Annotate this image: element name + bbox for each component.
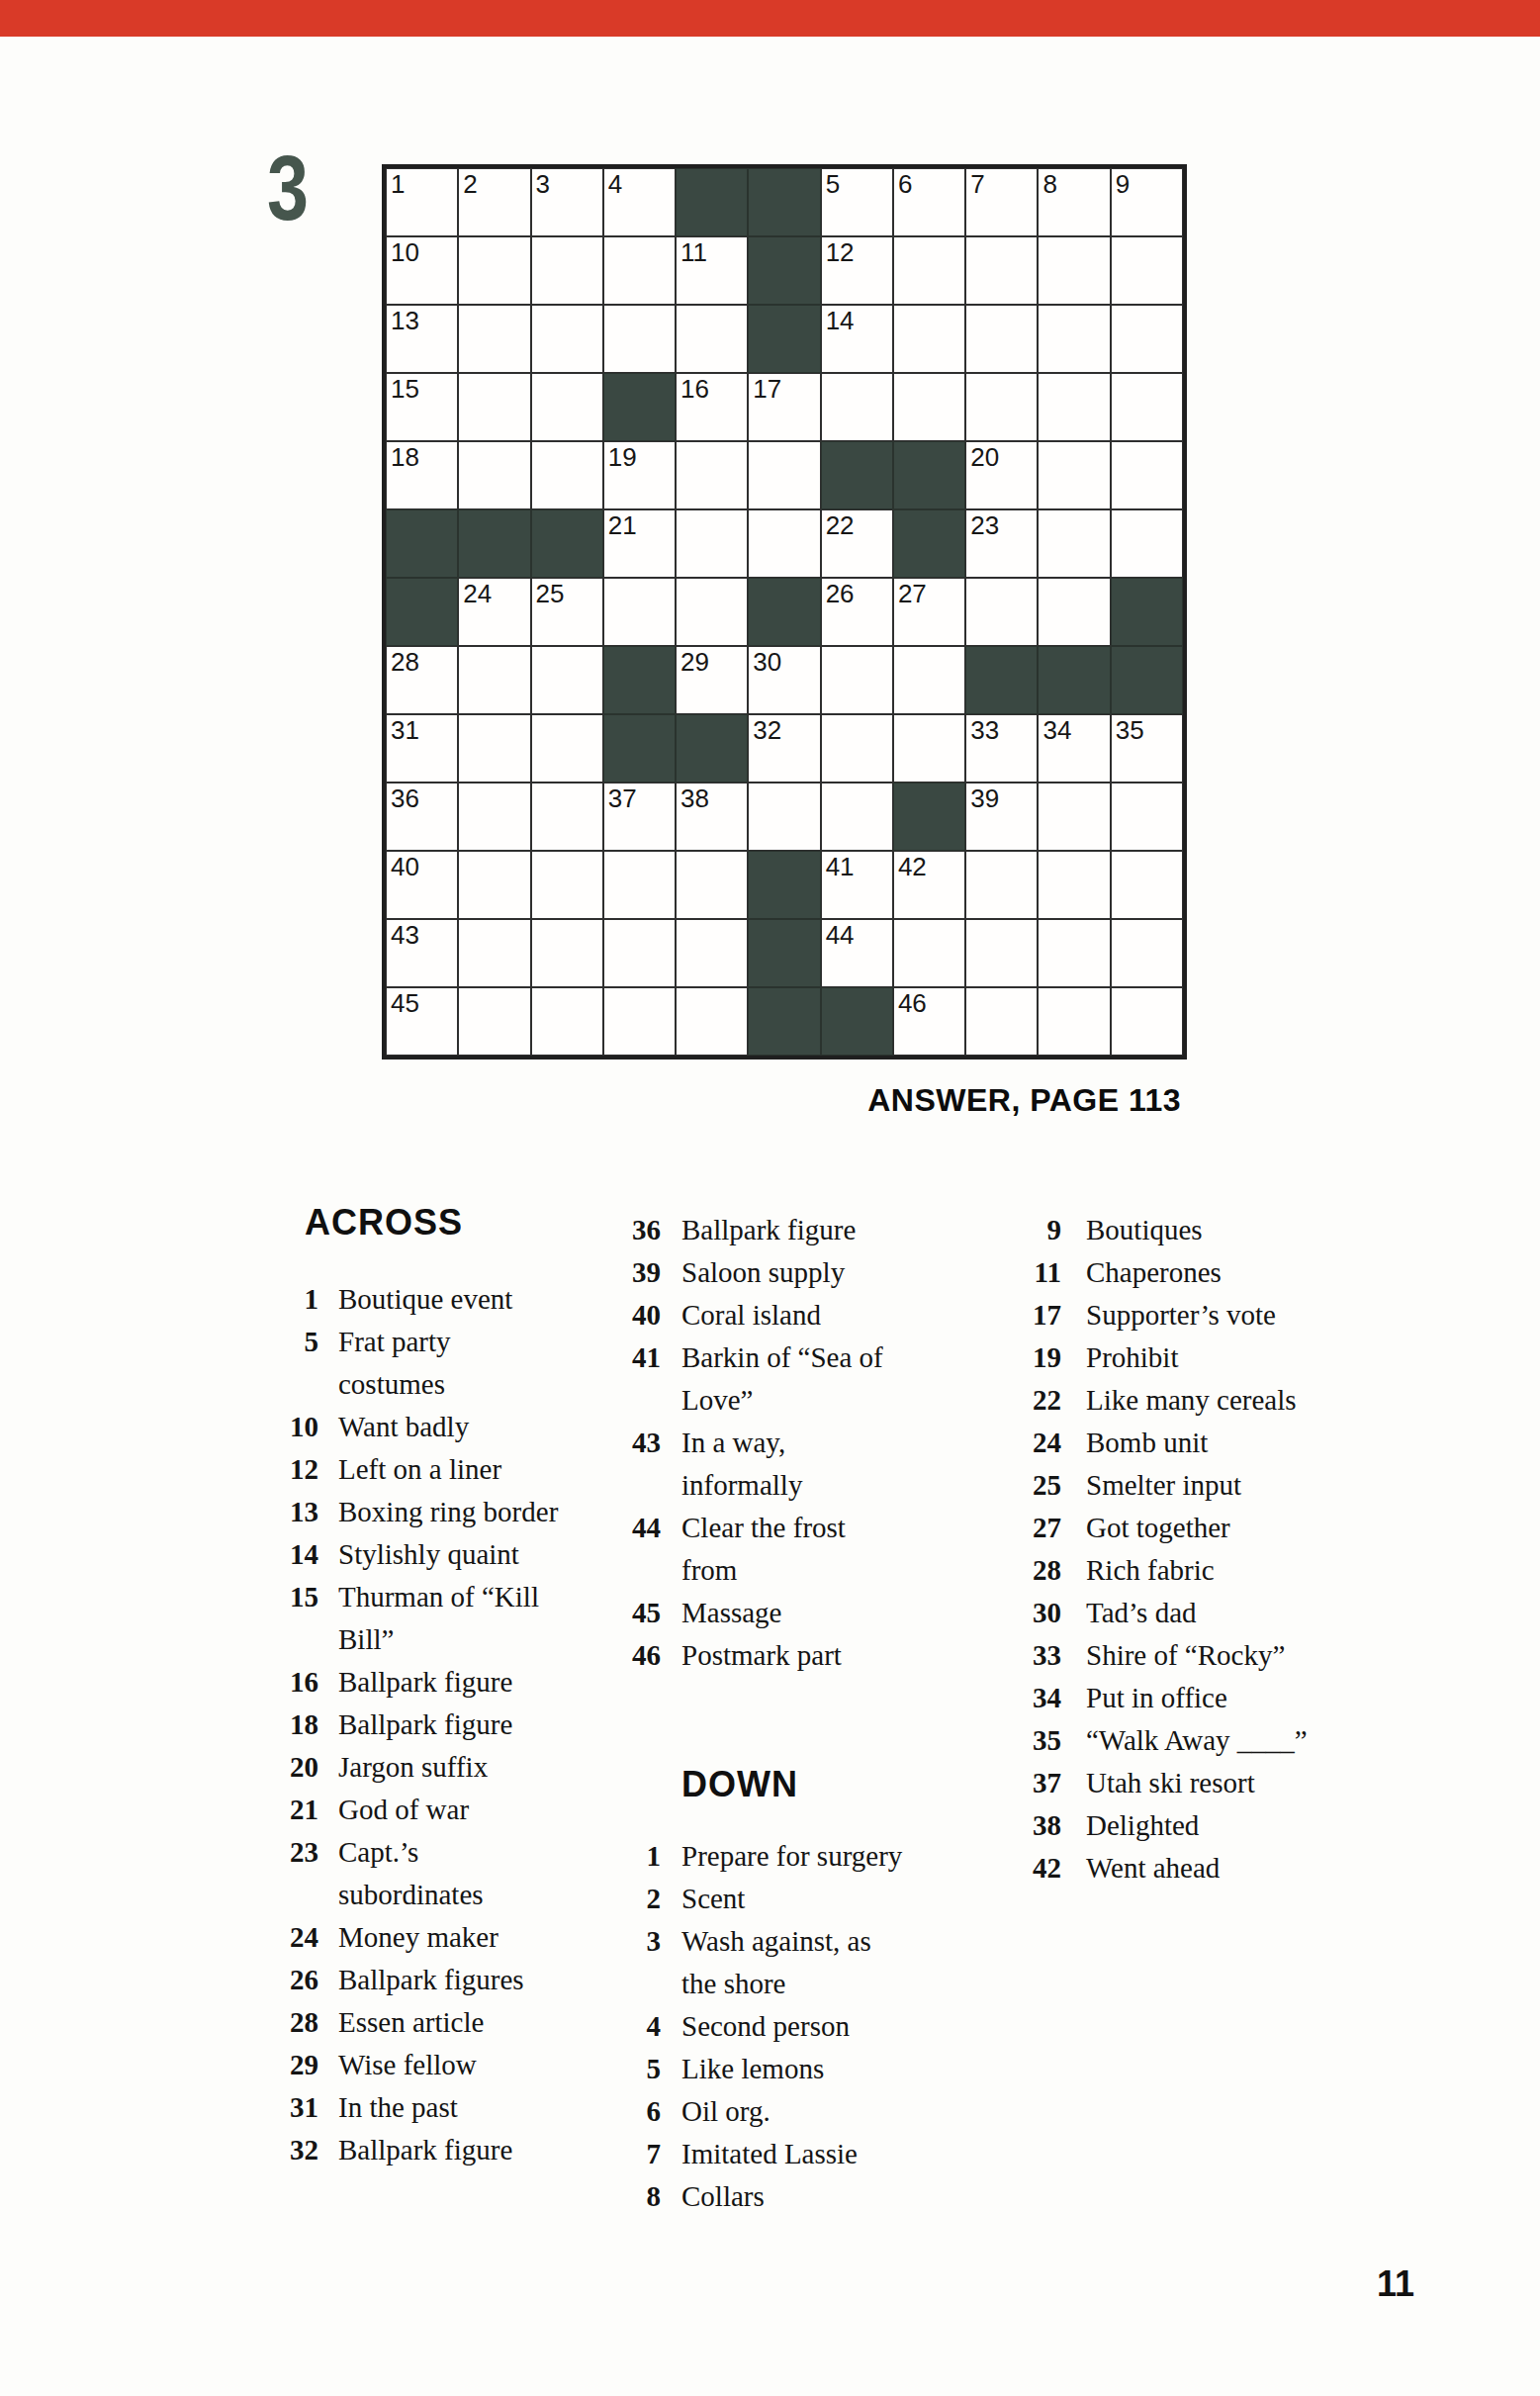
clue-item: 18Ballpark figure <box>227 1704 623 1746</box>
cell-number: 26 <box>826 581 855 606</box>
cell-number: 25 <box>536 581 565 606</box>
clue-number: 37 <box>989 1762 1061 1804</box>
grid-cell-black <box>748 987 820 1056</box>
clue-item: 34Put in office <box>989 1677 1444 1719</box>
clue-item: 36Ballpark figure <box>593 1209 999 1251</box>
clue-item: 5Frat partycostumes <box>227 1321 623 1406</box>
clue-text: Left on a liner <box>318 1448 501 1491</box>
cell-number: 35 <box>1116 717 1144 743</box>
clue-number: 35 <box>989 1719 1061 1762</box>
grid-cell-black <box>748 168 820 236</box>
cell-number: 11 <box>680 239 707 265</box>
grid-cell[interactable] <box>603 305 676 373</box>
clue-number: 5 <box>593 2048 661 2090</box>
clue-text: Shire of “Rocky” <box>1061 1634 1285 1677</box>
clue-item: 29Wise fellow <box>227 2044 623 2086</box>
clue-number: 38 <box>989 1804 1061 1847</box>
cell-number: 40 <box>391 854 419 879</box>
grid-cell[interactable] <box>458 851 530 919</box>
grid-cell[interactable] <box>676 441 748 509</box>
cell-number: 34 <box>1042 717 1071 743</box>
grid-cell[interactable] <box>1111 851 1183 919</box>
clue-number: 8 <box>593 2175 661 2218</box>
grid-cell[interactable]: 7 <box>965 168 1038 236</box>
clue-item: 28Essen article <box>227 2001 623 2044</box>
cell-number: 42 <box>898 854 927 879</box>
grid-cell[interactable] <box>1111 373 1183 441</box>
grid-cell-black <box>748 919 820 987</box>
grid-cell[interactable]: 24 <box>458 578 530 646</box>
grid-cell[interactable]: 9 <box>1111 168 1183 236</box>
clue-column-across: ACROSS 1Boutique event5Frat partycostume… <box>227 1201 623 2171</box>
grid-cell[interactable] <box>1038 305 1110 373</box>
grid-cell[interactable]: 37 <box>603 783 676 851</box>
clue-number: 28 <box>989 1549 1061 1592</box>
clue-number: 32 <box>227 2129 318 2171</box>
grid-cell[interactable]: 13 <box>386 305 458 373</box>
clue-text: Boxing ring border <box>318 1491 558 1533</box>
grid-cell[interactable]: 17 <box>748 373 820 441</box>
grid-cell[interactable] <box>821 714 893 783</box>
grid-cell[interactable]: 2 <box>458 168 530 236</box>
clue-item: 24Money maker <box>227 1916 623 1959</box>
cell-number: 28 <box>391 649 419 675</box>
grid-cell-black <box>748 305 820 373</box>
clue-item: 19Prohibit <box>989 1336 1444 1379</box>
cell-number: 22 <box>826 512 855 538</box>
down-clue-list-continued: 9Boutiques11Chaperones17Supporter’s vote… <box>989 1209 1444 1889</box>
clue-text: Prohibit <box>1061 1336 1178 1379</box>
grid-cell[interactable]: 11 <box>676 236 748 305</box>
grid-cell[interactable]: 5 <box>821 168 893 236</box>
clue-item: 3Wash against, asthe shore <box>593 1920 999 2005</box>
clue-number: 46 <box>593 1634 661 1677</box>
grid-cell[interactable] <box>893 373 965 441</box>
clue-number: 33 <box>989 1634 1061 1677</box>
grid-cell[interactable]: 20 <box>965 441 1038 509</box>
grid-cell[interactable] <box>893 919 965 987</box>
clue-text: Jargon suffix <box>318 1746 488 1789</box>
grid-cell[interactable] <box>603 578 676 646</box>
grid-cell-black <box>748 851 820 919</box>
cell-number: 5 <box>826 171 840 197</box>
clue-item: 6Oil org. <box>593 2090 999 2133</box>
grid-cell[interactable] <box>965 919 1038 987</box>
grid-cell[interactable] <box>748 783 820 851</box>
clue-number: 4 <box>593 2005 661 2048</box>
grid-cell[interactable] <box>821 783 893 851</box>
clue-item: 1Prepare for surgery <box>593 1835 999 1878</box>
grid-cell[interactable]: 46 <box>893 987 965 1056</box>
cell-number: 23 <box>970 512 999 538</box>
clue-text: Like many cereals <box>1061 1379 1297 1422</box>
cell-number: 45 <box>391 990 419 1016</box>
clue-number: 25 <box>989 1464 1061 1507</box>
clue-item: 26Ballpark figures <box>227 1959 623 2001</box>
clue-text: Massage <box>661 1592 781 1634</box>
grid-cell-black <box>386 578 458 646</box>
grid-cell[interactable]: 28 <box>386 646 458 714</box>
clue-text: In the past <box>318 2086 458 2129</box>
grid-cell-black <box>603 714 676 783</box>
clue-number: 10 <box>227 1406 318 1448</box>
clue-item: 32Ballpark figure <box>227 2129 623 2171</box>
grid-cell[interactable] <box>603 987 676 1056</box>
grid-cell[interactable]: 32 <box>748 714 820 783</box>
grid-cell[interactable] <box>676 987 748 1056</box>
grid-cell[interactable]: 35 <box>1111 714 1183 783</box>
clue-text: Went ahead <box>1061 1847 1220 1889</box>
grid-cell[interactable] <box>1111 441 1183 509</box>
clue-number: 28 <box>227 2001 318 2044</box>
grid-cell[interactable] <box>965 987 1038 1056</box>
cell-number: 6 <box>898 171 912 197</box>
grid-cell[interactable] <box>531 714 603 783</box>
cell-number: 15 <box>391 376 419 402</box>
grid-cell[interactable] <box>531 646 603 714</box>
grid-cell[interactable] <box>965 373 1038 441</box>
clue-text: Second person <box>661 2005 850 2048</box>
grid-cell[interactable] <box>458 305 530 373</box>
grid-cell[interactable]: 4 <box>603 168 676 236</box>
cell-number: 13 <box>391 308 419 333</box>
grid-cell[interactable]: 31 <box>386 714 458 783</box>
grid-cell[interactable] <box>1111 783 1183 851</box>
clue-text: Boutique event <box>318 1278 512 1321</box>
grid-cell[interactable] <box>821 646 893 714</box>
down-header: DOWN <box>681 1763 999 1805</box>
grid-cell[interactable] <box>531 783 603 851</box>
grid-cell[interactable]: 19 <box>603 441 676 509</box>
cell-number: 44 <box>826 922 855 948</box>
clue-text: Wash against, asthe shore <box>661 1920 871 2005</box>
grid-cell[interactable]: 25 <box>531 578 603 646</box>
answer-note: ANSWER, PAGE 113 <box>692 1082 1181 1119</box>
grid-cell[interactable] <box>965 851 1038 919</box>
clue-column-down: 9Boutiques11Chaperones17Supporter’s vote… <box>989 1209 1444 1889</box>
grid-cell[interactable] <box>458 987 530 1056</box>
clue-number: 24 <box>227 1916 318 1959</box>
grid-cell[interactable]: 21 <box>603 509 676 578</box>
cell-number: 31 <box>391 717 419 743</box>
clue-number: 15 <box>227 1576 318 1661</box>
grid-cell[interactable] <box>893 646 965 714</box>
grid-cell[interactable] <box>676 919 748 987</box>
grid-cell[interactable]: 30 <box>748 646 820 714</box>
clue-item: 20Jargon suffix <box>227 1746 623 1789</box>
grid-cell[interactable]: 3 <box>531 168 603 236</box>
clue-number: 34 <box>989 1677 1061 1719</box>
puzzle-number: 3 <box>267 142 309 233</box>
cell-number: 30 <box>753 649 781 675</box>
grid-cell[interactable]: 36 <box>386 783 458 851</box>
grid-cell[interactable]: 6 <box>893 168 965 236</box>
grid-cell[interactable]: 15 <box>386 373 458 441</box>
cell-number: 41 <box>826 854 855 879</box>
clue-column-middle: 36Ballpark figure39Saloon supply40Coral … <box>593 1209 999 2218</box>
grid-cell[interactable] <box>676 509 748 578</box>
clue-text: “Walk Away ____” <box>1061 1719 1308 1762</box>
clue-item: 46Postmark part <box>593 1634 999 1677</box>
cell-number: 14 <box>826 308 855 333</box>
grid-cell[interactable] <box>748 509 820 578</box>
grid-cell[interactable] <box>1038 919 1110 987</box>
clue-item: 14Stylishly quaint <box>227 1533 623 1576</box>
grid-cell-black <box>893 783 965 851</box>
cell-number: 38 <box>680 785 709 811</box>
grid-cell[interactable] <box>893 714 965 783</box>
clue-number: 23 <box>227 1831 318 1916</box>
grid-cell[interactable] <box>1038 236 1110 305</box>
grid-cell[interactable] <box>1111 236 1183 305</box>
clue-text: Prepare for surgery <box>661 1835 902 1878</box>
clue-text: Saloon supply <box>661 1251 845 1294</box>
grid-cell[interactable]: 43 <box>386 919 458 987</box>
clue-item: 5Like lemons <box>593 2048 999 2090</box>
clue-number: 3 <box>593 1920 661 2005</box>
clue-number: 40 <box>593 1294 661 1336</box>
grid-cell[interactable]: 26 <box>821 578 893 646</box>
grid-cell[interactable]: 45 <box>386 987 458 1056</box>
grid-cell[interactable] <box>1111 987 1183 1056</box>
grid-cell[interactable] <box>458 373 530 441</box>
grid-cell[interactable]: 22 <box>821 509 893 578</box>
clue-text: Ballpark figures <box>318 1959 524 2001</box>
clue-item: 7Imitated Lassie <box>593 2133 999 2175</box>
grid-cell[interactable]: 29 <box>676 646 748 714</box>
cell-number: 3 <box>536 171 550 197</box>
cell-number: 27 <box>898 581 927 606</box>
grid-cell-black <box>821 987 893 1056</box>
clue-number: 18 <box>227 1704 318 1746</box>
clue-number: 16 <box>227 1661 318 1704</box>
clue-item: 17Supporter’s vote <box>989 1294 1444 1336</box>
clue-text: In a way,informally <box>661 1422 802 1507</box>
grid-cell[interactable]: 40 <box>386 851 458 919</box>
grid-cell[interactable] <box>458 714 530 783</box>
grid-cell[interactable] <box>458 646 530 714</box>
clue-text: Utah ski resort <box>1061 1762 1255 1804</box>
grid-cell[interactable]: 34 <box>1038 714 1110 783</box>
clue-item: 15Thurman of “KillBill” <box>227 1576 623 1661</box>
clue-item: 4Second person <box>593 2005 999 2048</box>
grid-cell[interactable] <box>1038 441 1110 509</box>
grid-cell[interactable] <box>531 987 603 1056</box>
grid-cell[interactable] <box>676 851 748 919</box>
clue-item: 44Clear the frostfrom <box>593 1507 999 1592</box>
grid-cell[interactable] <box>458 919 530 987</box>
cell-number: 19 <box>608 444 637 470</box>
cell-number: 24 <box>463 581 492 606</box>
clue-text: Delighted <box>1061 1804 1199 1847</box>
grid-cell[interactable] <box>531 441 603 509</box>
grid-cell[interactable]: 8 <box>1038 168 1110 236</box>
cell-number: 2 <box>463 171 477 197</box>
grid-cell[interactable] <box>603 851 676 919</box>
clue-item: 22Like many cereals <box>989 1379 1444 1422</box>
grid-cell[interactable]: 38 <box>676 783 748 851</box>
grid-cell[interactable] <box>1038 783 1110 851</box>
clue-text: Oil org. <box>661 2090 770 2133</box>
clue-number: 12 <box>227 1448 318 1491</box>
clue-item: 40Coral island <box>593 1294 999 1336</box>
grid-cell-black <box>1038 646 1110 714</box>
grid-cell[interactable]: 10 <box>386 236 458 305</box>
grid-cell-black <box>965 646 1038 714</box>
grid-cell[interactable]: 18 <box>386 441 458 509</box>
clue-text: Ballpark figure <box>318 2129 512 2171</box>
clue-text: Scent <box>661 1878 745 1920</box>
cell-number: 8 <box>1042 171 1056 197</box>
clue-number: 42 <box>989 1847 1061 1889</box>
grid-cell[interactable] <box>458 783 530 851</box>
grid-cell[interactable] <box>458 441 530 509</box>
clue-text: Boutiques <box>1061 1209 1203 1251</box>
clue-number: 11 <box>989 1251 1061 1294</box>
grid-cell[interactable]: 41 <box>821 851 893 919</box>
grid-cell[interactable] <box>531 919 603 987</box>
cell-number: 10 <box>391 239 419 265</box>
grid-cell[interactable] <box>531 236 603 305</box>
grid-cell[interactable]: 33 <box>965 714 1038 783</box>
clue-text: Stylishly quaint <box>318 1533 519 1576</box>
grid-cell-black <box>458 509 530 578</box>
grid-cell[interactable] <box>748 441 820 509</box>
grid-cell[interactable] <box>603 236 676 305</box>
clue-number: 41 <box>593 1336 661 1422</box>
grid-cell[interactable] <box>893 305 965 373</box>
clue-text: Ballpark figure <box>318 1704 512 1746</box>
clue-item: 11Chaperones <box>989 1251 1444 1294</box>
grid-cell[interactable] <box>676 305 748 373</box>
grid-cell-black <box>893 509 965 578</box>
across-header: ACROSS <box>305 1201 623 1244</box>
clue-number: 29 <box>227 2044 318 2086</box>
grid-cell[interactable]: 39 <box>965 783 1038 851</box>
clue-text: Tad’s dad <box>1061 1592 1197 1634</box>
clue-text: Bomb unit <box>1061 1422 1208 1464</box>
clue-text: Like lemons <box>661 2048 824 2090</box>
cell-number: 18 <box>391 444 419 470</box>
clue-item: 8Collars <box>593 2175 999 2218</box>
clue-text: Chaperones <box>1061 1251 1222 1294</box>
clue-number: 24 <box>989 1422 1061 1464</box>
clue-number: 31 <box>227 2086 318 2129</box>
cell-number: 16 <box>680 376 709 402</box>
grid-cell[interactable] <box>531 305 603 373</box>
clue-text: Money maker <box>318 1916 498 1959</box>
clue-text: Thurman of “KillBill” <box>318 1576 539 1661</box>
grid-cell[interactable]: 23 <box>965 509 1038 578</box>
clue-item: 25Smelter input <box>989 1464 1444 1507</box>
clue-text: Coral island <box>661 1294 821 1336</box>
grid-cell[interactable] <box>531 373 603 441</box>
clue-number: 20 <box>227 1746 318 1789</box>
across-clue-list: 1Boutique event5Frat partycostumes10Want… <box>227 1278 623 2171</box>
clue-text: Frat partycostumes <box>318 1321 451 1406</box>
clue-text: Barkin of “Sea ofLove” <box>661 1336 883 1422</box>
grid-cell[interactable] <box>1038 509 1110 578</box>
grid-cell[interactable] <box>676 578 748 646</box>
grid-cell[interactable] <box>1111 509 1183 578</box>
clue-item: 39Saloon supply <box>593 1251 999 1294</box>
clue-text: Rich fabric <box>1061 1549 1215 1592</box>
clue-text: Supporter’s vote <box>1061 1294 1276 1336</box>
clue-item: 42Went ahead <box>989 1847 1444 1889</box>
grid-cell-black <box>748 236 820 305</box>
clue-item: 43In a way,informally <box>593 1422 999 1507</box>
grid-cell-black <box>386 509 458 578</box>
clue-number: 1 <box>593 1835 661 1878</box>
grid-cell[interactable] <box>893 236 965 305</box>
clue-number: 27 <box>989 1507 1061 1549</box>
top-red-bar <box>0 0 1540 37</box>
grid-cell[interactable] <box>1038 578 1110 646</box>
clue-item: 35“Walk Away ____” <box>989 1719 1444 1762</box>
clue-number: 26 <box>227 1959 318 2001</box>
grid-cell[interactable] <box>821 373 893 441</box>
grid-cell-black <box>603 646 676 714</box>
clue-text: Wise fellow <box>318 2044 477 2086</box>
cell-number: 17 <box>753 376 781 402</box>
clue-number: 14 <box>227 1533 318 1576</box>
grid-cell[interactable] <box>1111 305 1183 373</box>
grid-cell[interactable] <box>1038 373 1110 441</box>
grid-cell[interactable]: 44 <box>821 919 893 987</box>
cell-number: 29 <box>680 649 709 675</box>
clue-number: 19 <box>989 1336 1061 1379</box>
grid-cell[interactable] <box>965 578 1038 646</box>
grid-cell[interactable] <box>965 305 1038 373</box>
grid-cell[interactable] <box>1038 851 1110 919</box>
grid-cell[interactable] <box>458 236 530 305</box>
grid-cell-black <box>1111 578 1183 646</box>
grid-cell[interactable] <box>1111 919 1183 987</box>
across-clue-list-continued: 36Ballpark figure39Saloon supply40Coral … <box>593 1209 999 1677</box>
clue-item: 38Delighted <box>989 1804 1444 1847</box>
clue-item: 21God of war <box>227 1789 623 1831</box>
grid-cell[interactable] <box>1038 987 1110 1056</box>
cell-number: 12 <box>826 239 855 265</box>
clue-item: 2Scent <box>593 1878 999 1920</box>
grid-cell-black <box>603 373 676 441</box>
clue-number: 30 <box>989 1592 1061 1634</box>
grid-cell[interactable] <box>603 919 676 987</box>
cell-number: 4 <box>608 171 622 197</box>
grid-cell[interactable]: 14 <box>821 305 893 373</box>
grid-cell[interactable]: 27 <box>893 578 965 646</box>
clue-item: 41Barkin of “Sea ofLove” <box>593 1336 999 1422</box>
grid-cell[interactable]: 12 <box>821 236 893 305</box>
grid-cell-black <box>676 168 748 236</box>
clue-number: 6 <box>593 2090 661 2133</box>
grid-cell[interactable] <box>965 236 1038 305</box>
grid-cell-black <box>1111 646 1183 714</box>
clue-text: Imitated Lassie <box>661 2133 858 2175</box>
grid-cell[interactable]: 42 <box>893 851 965 919</box>
clue-item: 12Left on a liner <box>227 1448 623 1491</box>
cell-number: 43 <box>391 922 419 948</box>
grid-cell[interactable]: 1 <box>386 168 458 236</box>
clue-item: 31In the past <box>227 2086 623 2129</box>
grid-cell[interactable]: 16 <box>676 373 748 441</box>
clue-item: 37Utah ski resort <box>989 1762 1444 1804</box>
grid-cell-black <box>893 441 965 509</box>
clue-number: 5 <box>227 1321 318 1406</box>
clue-number: 2 <box>593 1878 661 1920</box>
grid-cell[interactable] <box>531 851 603 919</box>
cell-number: 39 <box>970 785 999 811</box>
